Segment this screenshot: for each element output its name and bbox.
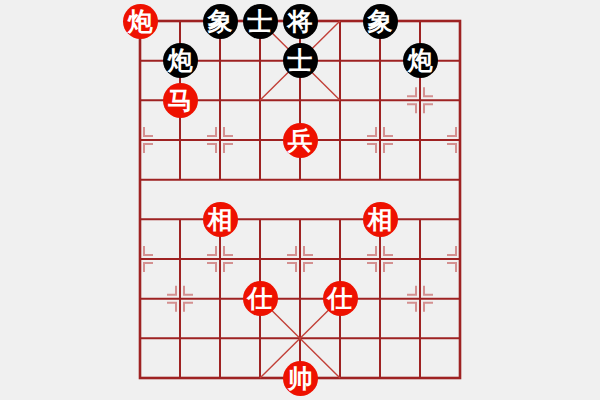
red-advisor-piece[interactable]: 仕 <box>323 281 358 316</box>
pieces-layer: 炮象士将象炮士炮马兵相相仕仕帅 <box>0 0 600 400</box>
red-elephant-piece[interactable]: 相 <box>203 202 238 237</box>
red-elephant-piece[interactable]: 相 <box>363 202 398 237</box>
black-cannon-piece[interactable]: 炮 <box>403 43 438 78</box>
xiangqi-board[interactable]: 炮象士将象炮士炮马兵相相仕仕帅 <box>0 0 600 400</box>
black-cannon-piece[interactable]: 炮 <box>163 43 198 78</box>
red-advisor-piece[interactable]: 仕 <box>243 281 278 316</box>
black-elephant-piece[interactable]: 象 <box>203 4 238 39</box>
black-general-piece[interactable]: 将 <box>283 4 318 39</box>
red-horse-piece[interactable]: 马 <box>163 83 198 118</box>
red-pawn-piece[interactable]: 兵 <box>283 123 318 158</box>
black-elephant-piece[interactable]: 象 <box>363 4 398 39</box>
red-general-piece[interactable]: 帅 <box>283 361 318 396</box>
black-advisor-piece[interactable]: 士 <box>243 4 278 39</box>
red-cannon-piece[interactable]: 炮 <box>123 4 158 39</box>
black-advisor-piece[interactable]: 士 <box>283 43 318 78</box>
